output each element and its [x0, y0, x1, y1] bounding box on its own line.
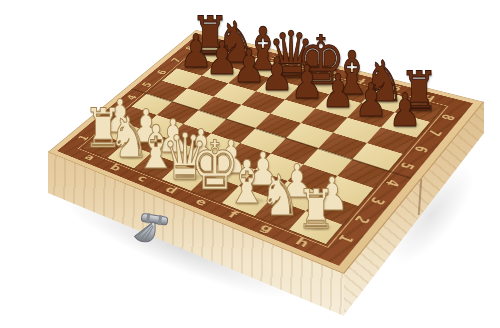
- piece-black-pawn-g7[interactable]: ♟: [354, 77, 387, 123]
- chess-set-photo: aa88bb77cc66dd55ee44ff33gg22hh11 ♜♞♝♛♚♝♞…: [0, 0, 500, 328]
- piece-white-knight-g1[interactable]: ♞: [260, 167, 301, 224]
- piece-black-pawn-d7[interactable]: ♟: [261, 51, 294, 97]
- piece-black-pawn-e7[interactable]: ♟: [291, 59, 324, 105]
- piece-white-rook-h1[interactable]: ♜: [296, 183, 335, 237]
- pieces-layer: ♜♞♝♛♚♝♞♜♟♟♟♟♟♟♟♟♟♟♟♟♟♟♟♟♜♞♝♛♚♝♞♜: [0, 0, 500, 328]
- piece-black-pawn-h7[interactable]: ♟: [389, 87, 422, 133]
- piece-black-pawn-f7[interactable]: ♟: [322, 68, 355, 114]
